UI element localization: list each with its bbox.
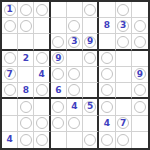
given-digit: 4 <box>6 135 12 144</box>
cell-r7c2[interactable] <box>18 99 34 115</box>
cell-r2c7[interactable]: 8 <box>99 18 115 34</box>
cell-r3c3[interactable] <box>34 34 50 50</box>
cell-r9c7[interactable] <box>99 132 115 148</box>
cell-r8c3[interactable] <box>34 116 50 132</box>
given-digit: 6 <box>55 86 61 95</box>
cell-r6c5[interactable] <box>67 83 83 99</box>
given-digit: 9 <box>137 70 143 79</box>
cell-r7c4[interactable] <box>51 99 67 115</box>
cell-r3c1[interactable] <box>2 34 18 50</box>
cell-r2c6[interactable] <box>83 18 99 34</box>
cell-r4c3[interactable] <box>34 51 50 67</box>
odd-circle <box>36 52 48 64</box>
cell-r5c3[interactable]: 4 <box>34 67 50 83</box>
cell-r8c6[interactable] <box>83 116 99 132</box>
odd-circle <box>36 4 48 16</box>
given-digit: 1 <box>6 5 12 14</box>
given-digit: 7 <box>6 70 12 79</box>
cell-r8c4[interactable] <box>51 116 67 132</box>
given-digit: 4 <box>104 119 110 128</box>
cell-r9c8[interactable] <box>116 132 132 148</box>
given-digit: 7 <box>120 119 126 128</box>
cell-r3c7[interactable] <box>99 34 115 50</box>
odd-circle <box>36 117 48 129</box>
odd-circle: 3 <box>68 36 80 48</box>
odd-circle <box>134 36 146 48</box>
odd-circle <box>101 68 113 80</box>
cell-r1c3[interactable] <box>34 2 50 18</box>
cell-r1c9[interactable] <box>132 2 148 18</box>
cell-r9c3[interactable] <box>34 132 50 148</box>
given-digit: 9 <box>55 54 61 63</box>
cell-r4c6[interactable] <box>83 51 99 67</box>
cell-r3c5[interactable]: 3 <box>67 34 83 50</box>
given-digit: 2 <box>23 54 29 63</box>
odd-circle <box>20 134 32 146</box>
odd-circle: 7 <box>4 68 16 80</box>
odd-circle <box>134 101 146 113</box>
odd-circle: 7 <box>117 117 129 129</box>
cell-r2c1[interactable] <box>2 18 18 34</box>
cell-r8c1[interactable] <box>2 116 18 132</box>
odd-circle <box>20 101 32 113</box>
cell-r4c1[interactable] <box>2 51 18 67</box>
odd-circle <box>4 52 16 64</box>
cell-r2c9[interactable] <box>132 18 148 34</box>
cell-r6c7[interactable] <box>99 83 115 99</box>
cell-r7c8[interactable] <box>116 99 132 115</box>
cell-r2c3[interactable] <box>34 18 50 34</box>
cell-r4c4[interactable]: 9 <box>51 51 67 67</box>
cell-r5c4[interactable] <box>51 67 67 83</box>
cell-r1c2[interactable] <box>18 2 34 18</box>
odd-circle <box>52 101 64 113</box>
odd-circle <box>20 4 32 16</box>
cell-r1c5[interactable] <box>67 2 83 18</box>
cell-r5c2[interactable] <box>18 67 34 83</box>
odd-circle <box>68 84 80 96</box>
given-digit: 8 <box>23 86 29 95</box>
odd-circle <box>20 20 32 32</box>
cell-r7c5[interactable]: 4 <box>67 99 83 115</box>
odd-circle <box>68 68 80 80</box>
cell-r5c5[interactable] <box>67 67 83 83</box>
cell-r4c8[interactable] <box>116 51 132 67</box>
odd-circle <box>117 36 129 48</box>
cell-r7c1[interactable] <box>2 99 18 115</box>
cell-r5c1[interactable]: 7 <box>2 67 18 83</box>
given-digit: 4 <box>71 102 77 111</box>
cell-r5c9[interactable]: 9 <box>132 67 148 83</box>
cell-r1c4[interactable] <box>51 2 67 18</box>
cell-r8c8[interactable]: 7 <box>116 116 132 132</box>
odd-circle <box>68 20 80 32</box>
given-digit: 4 <box>38 70 44 79</box>
cell-r6c4[interactable]: 6 <box>51 83 67 99</box>
cell-r9c5[interactable] <box>67 132 83 148</box>
odd-circle <box>68 117 80 129</box>
cell-r6c8[interactable] <box>116 83 132 99</box>
cell-r2c5[interactable] <box>67 18 83 34</box>
cell-r3c9[interactable] <box>132 34 148 50</box>
odd-circle <box>52 68 64 80</box>
cell-r5c8[interactable] <box>116 67 132 83</box>
odd-circle: 9 <box>134 68 146 80</box>
odd-circle <box>84 4 96 16</box>
odd-circle <box>134 20 146 32</box>
cell-r8c9[interactable] <box>132 116 148 132</box>
cell-r2c8[interactable]: 3 <box>116 18 132 34</box>
cell-r9c4[interactable] <box>51 132 67 148</box>
cell-r2c2[interactable] <box>18 18 34 34</box>
odd-circle <box>101 84 113 96</box>
odd-circle <box>101 52 113 64</box>
given-digit: 5 <box>87 102 93 111</box>
cell-r1c7[interactable] <box>99 2 115 18</box>
cell-r3c6[interactable]: 9 <box>83 34 99 50</box>
cell-r6c9[interactable] <box>132 83 148 99</box>
cell-r6c6[interactable] <box>83 83 99 99</box>
odd-circle <box>52 117 64 129</box>
odd-circle <box>36 134 48 146</box>
cell-r9c1[interactable]: 4 <box>2 132 18 148</box>
cell-r1c8[interactable] <box>116 2 132 18</box>
odd-circle <box>52 36 64 48</box>
odd-circle <box>101 134 113 146</box>
cell-r2c4[interactable] <box>51 18 67 34</box>
odd-circle <box>101 101 113 113</box>
odd-circle <box>20 117 32 129</box>
odd-circle <box>84 134 96 146</box>
cell-r7c9[interactable] <box>132 99 148 115</box>
cell-r7c6[interactable]: 5 <box>83 99 99 115</box>
odd-circle <box>117 134 129 146</box>
odd-circle <box>4 84 16 96</box>
given-digit: 3 <box>120 21 126 30</box>
cell-r4c7[interactable] <box>99 51 115 67</box>
odd-circle <box>36 84 48 96</box>
odd-circle <box>4 20 16 32</box>
cell-r4c2[interactable]: 2 <box>18 51 34 67</box>
cell-r7c3[interactable] <box>34 99 50 115</box>
cell-r3c8[interactable] <box>116 34 132 50</box>
cell-r9c9[interactable] <box>132 132 148 148</box>
odd-circle: 3 <box>117 20 129 32</box>
cell-r6c3[interactable] <box>34 83 50 99</box>
cell-r1c6[interactable] <box>83 2 99 18</box>
cell-r6c1[interactable] <box>2 83 18 99</box>
cell-r9c6[interactable] <box>83 132 99 148</box>
odd-circle: 9 <box>84 36 96 48</box>
cell-r4c9[interactable] <box>132 51 148 67</box>
odd-circle <box>84 52 96 64</box>
cell-r5c6[interactable] <box>83 67 99 83</box>
cell-r5c7[interactable] <box>99 67 115 83</box>
cell-r7c7[interactable] <box>99 99 115 115</box>
cell-r1c1[interactable]: 1 <box>2 2 18 18</box>
cell-r8c5[interactable] <box>67 116 83 132</box>
cell-r9c2[interactable] <box>18 132 34 148</box>
odd-circle <box>134 84 146 96</box>
given-digit: 9 <box>87 37 93 46</box>
odd-circle: 5 <box>84 101 96 113</box>
sudoku-board: 18339297498645474 <box>0 0 150 150</box>
cell-r8c2[interactable] <box>18 116 34 132</box>
cell-r3c4[interactable] <box>51 34 67 50</box>
given-digit: 3 <box>71 37 77 46</box>
cell-r8c7[interactable]: 4 <box>99 116 115 132</box>
odd-circle <box>117 4 129 16</box>
cell-r3c2[interactable] <box>18 34 34 50</box>
given-digit: 8 <box>104 21 110 30</box>
cell-r4c5[interactable] <box>67 51 83 67</box>
cell-r6c2[interactable]: 8 <box>18 83 34 99</box>
odd-circle: 9 <box>52 52 64 64</box>
odd-circle: 1 <box>4 4 16 16</box>
